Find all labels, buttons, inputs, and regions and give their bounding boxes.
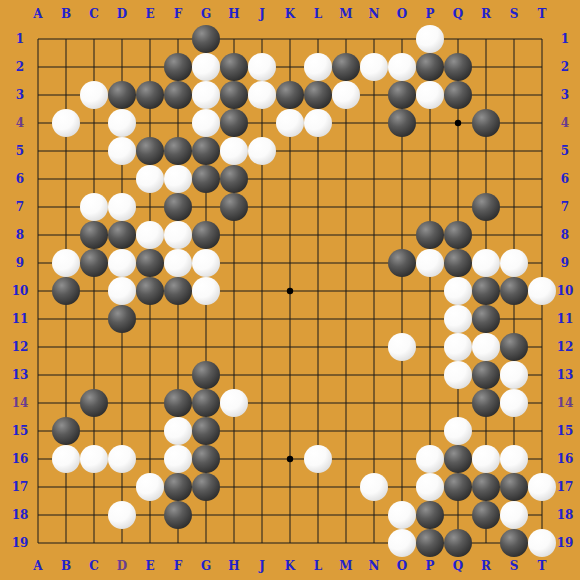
row-label-right-2: 2 [561, 61, 569, 73]
stone-white-O12[interactable] [388, 333, 416, 361]
stone-white-D7[interactable] [108, 193, 136, 221]
row-label-left-13: 13 [12, 369, 29, 381]
row-label-left-17: 17 [12, 481, 29, 493]
stone-white-Q13[interactable] [444, 361, 472, 389]
col-label-bottom-G: G [201, 560, 211, 572]
stone-black-S17[interactable] [500, 473, 528, 501]
stone-black-Q17[interactable] [444, 473, 472, 501]
stone-black-G6[interactable] [192, 165, 220, 193]
stone-white-H5[interactable] [220, 137, 248, 165]
col-label-top-O: O [397, 8, 407, 20]
stone-white-G3[interactable] [192, 81, 220, 109]
stone-black-G1[interactable] [192, 25, 220, 53]
col-label-bottom-H: H [228, 560, 239, 572]
stone-black-F5[interactable] [164, 137, 192, 165]
row-label-right-19: 19 [557, 537, 574, 549]
col-label-bottom-D: D [117, 560, 127, 572]
col-label-top-B: B [61, 8, 71, 20]
stone-black-F18[interactable] [164, 501, 192, 529]
col-label-top-L: L [314, 8, 322, 20]
stone-white-F16[interactable] [164, 445, 192, 473]
row-label-left-5: 5 [16, 145, 24, 157]
stone-white-S14[interactable] [500, 389, 528, 417]
row-label-left-3: 3 [16, 89, 24, 101]
go-board[interactable]: AABBCCDDEEFFGGHHJJKKLLMMNNOOPPQQRRSSTT11… [0, 0, 580, 580]
row-label-left-8: 8 [16, 229, 24, 241]
row-label-left-11: 11 [12, 313, 29, 325]
stone-white-C16[interactable] [80, 445, 108, 473]
stone-black-P18[interactable] [416, 501, 444, 529]
stone-white-P16[interactable] [416, 445, 444, 473]
stone-black-C14[interactable] [80, 389, 108, 417]
stone-white-L16[interactable] [304, 445, 332, 473]
stone-white-T19[interactable] [528, 529, 556, 557]
row-label-right-14: 14 [557, 397, 574, 409]
stone-white-C3[interactable] [80, 81, 108, 109]
stone-black-O3[interactable] [388, 81, 416, 109]
stone-black-R18[interactable] [472, 501, 500, 529]
stone-black-S12[interactable] [500, 333, 528, 361]
col-label-top-R: R [481, 8, 491, 20]
stone-white-N2[interactable] [360, 53, 388, 81]
stone-white-M3[interactable] [332, 81, 360, 109]
stone-black-G14[interactable] [192, 389, 220, 417]
row-label-right-4: 4 [561, 117, 569, 129]
stone-white-F15[interactable] [164, 417, 192, 445]
col-label-top-S: S [510, 8, 519, 20]
row-label-left-18: 18 [12, 509, 29, 521]
col-label-top-F: F [174, 8, 183, 20]
row-label-right-12: 12 [557, 341, 574, 353]
stone-white-L2[interactable] [304, 53, 332, 81]
stone-white-C7[interactable] [80, 193, 108, 221]
stone-black-H7[interactable] [220, 193, 248, 221]
row-label-right-16: 16 [557, 453, 574, 465]
stone-black-M2[interactable] [332, 53, 360, 81]
stone-black-G5[interactable] [192, 137, 220, 165]
col-label-top-Q: Q [453, 8, 463, 20]
row-label-right-7: 7 [561, 201, 569, 213]
stone-white-O18[interactable] [388, 501, 416, 529]
stone-black-K3[interactable] [276, 81, 304, 109]
stone-white-R9[interactable] [472, 249, 500, 277]
stone-white-J2[interactable] [248, 53, 276, 81]
stone-black-B15[interactable] [52, 417, 80, 445]
row-label-left-10: 10 [12, 285, 29, 297]
row-label-left-1: 1 [16, 33, 24, 45]
row-label-right-9: 9 [561, 257, 569, 269]
stone-white-T10[interactable] [528, 277, 556, 305]
col-label-bottom-C: C [89, 560, 99, 572]
star-point-K16 [287, 456, 293, 462]
stone-white-Q12[interactable] [444, 333, 472, 361]
stone-black-P19[interactable] [416, 529, 444, 557]
col-label-bottom-O: O [397, 560, 407, 572]
stone-white-S18[interactable] [500, 501, 528, 529]
col-label-bottom-K: K [285, 560, 295, 572]
star-point-Q4 [455, 120, 461, 126]
row-label-right-5: 5 [561, 145, 569, 157]
col-label-top-P: P [425, 8, 434, 20]
stone-black-Q9[interactable] [444, 249, 472, 277]
row-label-left-2: 2 [16, 61, 24, 73]
stone-black-G13[interactable] [192, 361, 220, 389]
stone-black-H4[interactable] [220, 109, 248, 137]
row-label-left-4: 4 [16, 117, 24, 129]
stone-black-G15[interactable] [192, 417, 220, 445]
stone-white-R12[interactable] [472, 333, 500, 361]
row-label-right-1: 1 [561, 33, 569, 45]
stone-black-R4[interactable] [472, 109, 500, 137]
stone-white-G4[interactable] [192, 109, 220, 137]
stone-black-Q16[interactable] [444, 445, 472, 473]
col-label-top-A: A [33, 8, 42, 20]
col-label-top-G: G [201, 8, 211, 20]
col-label-bottom-B: B [61, 560, 71, 572]
stone-black-F10[interactable] [164, 277, 192, 305]
stone-black-R17[interactable] [472, 473, 500, 501]
stone-white-S9[interactable] [500, 249, 528, 277]
stone-black-Q8[interactable] [444, 221, 472, 249]
stone-white-D18[interactable] [108, 501, 136, 529]
col-label-bottom-T: T [538, 560, 547, 572]
row-label-left-16: 16 [12, 453, 29, 465]
col-label-bottom-R: R [481, 560, 491, 572]
stone-black-Q19[interactable] [444, 529, 472, 557]
col-label-bottom-E: E [145, 560, 154, 572]
row-label-right-10: 10 [557, 285, 574, 297]
row-label-right-18: 18 [557, 509, 574, 521]
col-label-top-D: D [117, 8, 127, 20]
row-label-right-6: 6 [561, 173, 569, 185]
stone-white-D4[interactable] [108, 109, 136, 137]
stone-black-F17[interactable] [164, 473, 192, 501]
stone-white-D10[interactable] [108, 277, 136, 305]
stone-black-C8[interactable] [80, 221, 108, 249]
stone-white-D16[interactable] [108, 445, 136, 473]
col-label-bottom-Q: Q [453, 560, 463, 572]
stone-white-G10[interactable] [192, 277, 220, 305]
stone-black-S19[interactable] [500, 529, 528, 557]
stone-black-D3[interactable] [108, 81, 136, 109]
stone-white-R16[interactable] [472, 445, 500, 473]
stone-black-F2[interactable] [164, 53, 192, 81]
row-label-left-9: 9 [16, 257, 24, 269]
stone-black-G16[interactable] [192, 445, 220, 473]
col-label-bottom-J: J [259, 560, 265, 572]
stone-black-R13[interactable] [472, 361, 500, 389]
col-label-bottom-N: N [369, 560, 380, 572]
stone-black-F3[interactable] [164, 81, 192, 109]
stone-white-D9[interactable] [108, 249, 136, 277]
stone-white-G9[interactable] [192, 249, 220, 277]
row-label-right-15: 15 [557, 425, 574, 437]
stone-black-B10[interactable] [52, 277, 80, 305]
stone-black-E9[interactable] [136, 249, 164, 277]
stone-white-E8[interactable] [136, 221, 164, 249]
row-label-left-12: 12 [12, 341, 29, 353]
stone-white-F8[interactable] [164, 221, 192, 249]
stone-white-B9[interactable] [52, 249, 80, 277]
row-label-left-19: 19 [12, 537, 29, 549]
stone-white-H14[interactable] [220, 389, 248, 417]
col-label-bottom-P: P [425, 560, 434, 572]
row-label-right-11: 11 [557, 313, 574, 325]
stone-black-C9[interactable] [80, 249, 108, 277]
stone-white-G2[interactable] [192, 53, 220, 81]
col-label-bottom-F: F [174, 560, 183, 572]
stone-white-L4[interactable] [304, 109, 332, 137]
stone-black-E10[interactable] [136, 277, 164, 305]
row-label-left-6: 6 [16, 173, 24, 185]
row-label-right-8: 8 [561, 229, 569, 241]
stone-black-G8[interactable] [192, 221, 220, 249]
stone-black-R14[interactable] [472, 389, 500, 417]
col-label-bottom-A: A [33, 560, 42, 572]
col-label-bottom-M: M [339, 560, 352, 572]
stone-white-O2[interactable] [388, 53, 416, 81]
row-label-left-7: 7 [16, 201, 24, 213]
stone-white-P17[interactable] [416, 473, 444, 501]
stone-white-S16[interactable] [500, 445, 528, 473]
stone-black-L3[interactable] [304, 81, 332, 109]
col-label-top-K: K [285, 8, 295, 20]
row-label-right-13: 13 [557, 369, 574, 381]
star-point-K10 [287, 288, 293, 294]
stone-white-J5[interactable] [248, 137, 276, 165]
col-label-top-J: J [259, 8, 265, 20]
stone-black-D11[interactable] [108, 305, 136, 333]
stone-black-Q2[interactable] [444, 53, 472, 81]
stone-white-K4[interactable] [276, 109, 304, 137]
stone-black-F7[interactable] [164, 193, 192, 221]
stone-black-H6[interactable] [220, 165, 248, 193]
stone-black-P8[interactable] [416, 221, 444, 249]
stone-black-E3[interactable] [136, 81, 164, 109]
stone-white-F6[interactable] [164, 165, 192, 193]
col-label-bottom-S: S [510, 560, 519, 572]
stone-black-Q3[interactable] [444, 81, 472, 109]
col-label-top-C: C [89, 8, 99, 20]
stone-black-F14[interactable] [164, 389, 192, 417]
stone-white-Q15[interactable] [444, 417, 472, 445]
stone-white-O19[interactable] [388, 529, 416, 557]
stone-white-B16[interactable] [52, 445, 80, 473]
row-label-left-14: 14 [12, 397, 29, 409]
col-label-top-E: E [145, 8, 154, 20]
stone-white-J3[interactable] [248, 81, 276, 109]
row-label-right-3: 3 [561, 89, 569, 101]
stone-black-R7[interactable] [472, 193, 500, 221]
stone-black-O9[interactable] [388, 249, 416, 277]
col-label-top-M: M [339, 8, 352, 20]
col-label-top-T: T [538, 8, 547, 20]
stone-black-P2[interactable] [416, 53, 444, 81]
col-label-top-H: H [228, 8, 239, 20]
stone-black-R10[interactable] [472, 277, 500, 305]
row-label-right-17: 17 [557, 481, 574, 493]
row-label-left-15: 15 [12, 425, 29, 437]
stone-white-F9[interactable] [164, 249, 192, 277]
stone-white-P1[interactable] [416, 25, 444, 53]
stone-white-B4[interactable] [52, 109, 80, 137]
stone-white-Q10[interactable] [444, 277, 472, 305]
stone-black-H3[interactable] [220, 81, 248, 109]
stone-white-E6[interactable] [136, 165, 164, 193]
col-label-top-N: N [369, 8, 380, 20]
stone-black-E5[interactable] [136, 137, 164, 165]
stone-white-E17[interactable] [136, 473, 164, 501]
stone-white-P3[interactable] [416, 81, 444, 109]
stone-black-D8[interactable] [108, 221, 136, 249]
stone-white-N17[interactable] [360, 473, 388, 501]
stone-black-S10[interactable] [500, 277, 528, 305]
stone-black-H2[interactable] [220, 53, 248, 81]
stone-white-Q11[interactable] [444, 305, 472, 333]
stone-white-S13[interactable] [500, 361, 528, 389]
stone-black-R11[interactable] [472, 305, 500, 333]
stone-black-G17[interactable] [192, 473, 220, 501]
col-label-bottom-L: L [314, 560, 322, 572]
stone-white-P9[interactable] [416, 249, 444, 277]
stone-white-D5[interactable] [108, 137, 136, 165]
stone-white-T17[interactable] [528, 473, 556, 501]
stone-black-O4[interactable] [388, 109, 416, 137]
